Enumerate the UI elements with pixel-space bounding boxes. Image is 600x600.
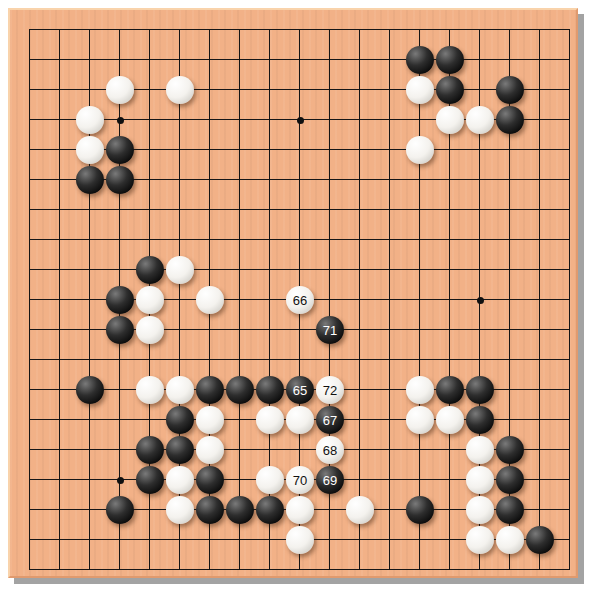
black-stone-move-67: 67 bbox=[316, 406, 344, 434]
black-stone bbox=[106, 136, 134, 164]
white-stone-move-72: 72 bbox=[316, 376, 344, 404]
go-board[interactable]: 6671657267687069 bbox=[8, 8, 578, 578]
white-stone bbox=[166, 496, 194, 524]
white-stone bbox=[136, 286, 164, 314]
white-stone bbox=[406, 136, 434, 164]
black-stone-move-69: 69 bbox=[316, 466, 344, 494]
white-stone bbox=[346, 496, 374, 524]
white-stone bbox=[286, 406, 314, 434]
black-stone bbox=[436, 46, 464, 74]
black-stone bbox=[196, 376, 224, 404]
black-stone bbox=[106, 316, 134, 344]
black-stone-move-65: 65 bbox=[286, 376, 314, 404]
white-stone bbox=[166, 466, 194, 494]
black-stone bbox=[106, 496, 134, 524]
white-stone bbox=[286, 496, 314, 524]
white-stone bbox=[76, 136, 104, 164]
white-stone bbox=[406, 376, 434, 404]
stone-grid: 6671657267687069 bbox=[15, 15, 585, 585]
white-stone bbox=[76, 106, 104, 134]
white-stone-move-70: 70 bbox=[286, 466, 314, 494]
black-stone bbox=[526, 526, 554, 554]
black-stone bbox=[226, 376, 254, 404]
white-stone-move-68: 68 bbox=[316, 436, 344, 464]
black-stone bbox=[226, 496, 254, 524]
black-stone bbox=[136, 256, 164, 284]
white-stone bbox=[256, 466, 284, 494]
white-stone bbox=[106, 76, 134, 104]
white-stone bbox=[436, 106, 464, 134]
white-stone bbox=[466, 466, 494, 494]
white-stone bbox=[196, 286, 224, 314]
white-stone bbox=[136, 316, 164, 344]
white-stone bbox=[166, 256, 194, 284]
white-stone bbox=[166, 376, 194, 404]
black-stone bbox=[166, 436, 194, 464]
black-stone bbox=[496, 496, 524, 524]
white-stone bbox=[286, 526, 314, 554]
white-stone bbox=[196, 406, 224, 434]
black-stone-move-71: 71 bbox=[316, 316, 344, 344]
black-stone bbox=[196, 466, 224, 494]
black-stone bbox=[256, 376, 284, 404]
black-stone bbox=[136, 466, 164, 494]
white-stone bbox=[466, 436, 494, 464]
black-stone bbox=[76, 166, 104, 194]
white-stone bbox=[466, 106, 494, 134]
white-stone bbox=[436, 406, 464, 434]
black-stone bbox=[436, 376, 464, 404]
black-stone bbox=[406, 496, 434, 524]
black-stone bbox=[436, 76, 464, 104]
white-stone bbox=[496, 526, 524, 554]
black-stone bbox=[76, 376, 104, 404]
white-stone bbox=[406, 406, 434, 434]
black-stone bbox=[466, 376, 494, 404]
white-stone bbox=[196, 436, 224, 464]
black-stone bbox=[496, 436, 524, 464]
white-stone bbox=[466, 496, 494, 524]
black-stone bbox=[166, 406, 194, 434]
white-stone bbox=[406, 76, 434, 104]
black-stone bbox=[136, 436, 164, 464]
black-stone bbox=[496, 466, 524, 494]
white-stone-move-66: 66 bbox=[286, 286, 314, 314]
white-stone bbox=[466, 526, 494, 554]
black-stone bbox=[466, 406, 494, 434]
black-stone bbox=[496, 76, 524, 104]
screenshot-canvas: 6671657267687069 bbox=[0, 0, 600, 600]
white-stone bbox=[166, 76, 194, 104]
black-stone bbox=[106, 286, 134, 314]
black-stone bbox=[496, 106, 524, 134]
black-stone bbox=[256, 496, 284, 524]
black-stone bbox=[406, 46, 434, 74]
black-stone bbox=[196, 496, 224, 524]
white-stone bbox=[256, 406, 284, 434]
black-stone bbox=[106, 166, 134, 194]
white-stone bbox=[136, 376, 164, 404]
